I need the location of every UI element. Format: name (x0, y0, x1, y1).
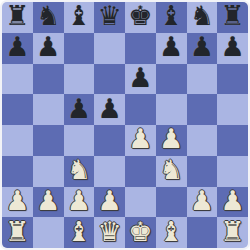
piece-white-knight[interactable]: ♞ (159, 156, 183, 185)
square-d1[interactable]: ♛ (94, 217, 125, 248)
piece-black-pawn[interactable]: ♟ (221, 33, 245, 62)
square-c2[interactable]: ♟ (64, 187, 95, 218)
square-a1[interactable]: ♜ (2, 217, 33, 248)
chess-board-frame: ♜♞♝♛♚♝♞♜♟♟♟♟♟♟♟♟♟♟♞♞♟♟♟♟♟♟♜♝♛♚♝♜ (0, 0, 250, 250)
square-d2[interactable]: ♟ (94, 187, 125, 218)
piece-white-bishop[interactable]: ♝ (159, 217, 183, 246)
square-f3[interactable]: ♞ (156, 156, 187, 187)
square-c4[interactable] (64, 125, 95, 156)
square-h7[interactable]: ♟ (217, 33, 248, 64)
piece-black-queen[interactable]: ♛ (98, 2, 122, 31)
piece-black-rook[interactable]: ♜ (5, 2, 29, 31)
square-f6[interactable] (156, 64, 187, 95)
piece-white-pawn[interactable]: ♟ (36, 187, 60, 216)
piece-black-rook[interactable]: ♜ (221, 2, 245, 31)
square-a3[interactable] (2, 156, 33, 187)
square-d6[interactable] (94, 64, 125, 95)
square-c7[interactable] (64, 33, 95, 64)
piece-black-pawn[interactable]: ♟ (128, 64, 152, 93)
square-c3[interactable]: ♞ (64, 156, 95, 187)
square-f7[interactable]: ♟ (156, 33, 187, 64)
piece-white-pawn[interactable]: ♟ (98, 187, 122, 216)
square-g8[interactable]: ♞ (187, 2, 218, 33)
square-b7[interactable]: ♟ (33, 33, 64, 64)
piece-black-king[interactable]: ♚ (128, 2, 152, 31)
square-e4[interactable]: ♟ (125, 125, 156, 156)
square-b6[interactable] (33, 64, 64, 95)
square-f2[interactable] (156, 187, 187, 218)
piece-black-bishop[interactable]: ♝ (67, 2, 91, 31)
square-a6[interactable] (2, 64, 33, 95)
piece-white-rook[interactable]: ♜ (5, 217, 29, 246)
piece-white-king[interactable]: ♚ (128, 217, 152, 246)
piece-black-pawn[interactable]: ♟ (5, 33, 29, 62)
square-d7[interactable] (94, 33, 125, 64)
square-h8[interactable]: ♜ (217, 2, 248, 33)
square-h1[interactable]: ♜ (217, 217, 248, 248)
square-e6[interactable]: ♟ (125, 64, 156, 95)
square-f8[interactable]: ♝ (156, 2, 187, 33)
piece-black-pawn[interactable]: ♟ (36, 33, 60, 62)
square-e8[interactable]: ♚ (125, 2, 156, 33)
piece-white-queen[interactable]: ♛ (98, 217, 122, 246)
square-g7[interactable]: ♟ (187, 33, 218, 64)
square-d4[interactable] (94, 125, 125, 156)
piece-white-pawn[interactable]: ♟ (67, 187, 91, 216)
piece-white-rook[interactable]: ♜ (221, 217, 245, 246)
piece-black-knight[interactable]: ♞ (190, 2, 214, 31)
square-b3[interactable] (33, 156, 64, 187)
square-h3[interactable] (217, 156, 248, 187)
square-d3[interactable] (94, 156, 125, 187)
square-b8[interactable]: ♞ (33, 2, 64, 33)
piece-white-pawn[interactable]: ♟ (128, 125, 152, 154)
square-b5[interactable] (33, 94, 64, 125)
square-c1[interactable]: ♝ (64, 217, 95, 248)
piece-black-pawn[interactable]: ♟ (98, 94, 122, 123)
square-e5[interactable] (125, 94, 156, 125)
piece-black-pawn[interactable]: ♟ (159, 33, 183, 62)
square-b2[interactable]: ♟ (33, 187, 64, 218)
square-a8[interactable]: ♜ (2, 2, 33, 33)
square-f5[interactable] (156, 94, 187, 125)
piece-black-pawn[interactable]: ♟ (190, 33, 214, 62)
square-h6[interactable] (217, 64, 248, 95)
piece-white-bishop[interactable]: ♝ (67, 217, 91, 246)
piece-white-pawn[interactable]: ♟ (190, 187, 214, 216)
piece-white-knight[interactable]: ♞ (67, 156, 91, 185)
square-g6[interactable] (187, 64, 218, 95)
square-f4[interactable]: ♟ (156, 125, 187, 156)
square-c8[interactable]: ♝ (64, 2, 95, 33)
square-g3[interactable] (187, 156, 218, 187)
square-e3[interactable] (125, 156, 156, 187)
square-b1[interactable] (33, 217, 64, 248)
square-f1[interactable]: ♝ (156, 217, 187, 248)
square-a5[interactable] (2, 94, 33, 125)
square-h4[interactable] (217, 125, 248, 156)
piece-black-pawn[interactable]: ♟ (67, 94, 91, 123)
square-a4[interactable] (2, 125, 33, 156)
square-a2[interactable]: ♟ (2, 187, 33, 218)
piece-white-pawn[interactable]: ♟ (221, 187, 245, 216)
square-b4[interactable] (33, 125, 64, 156)
piece-white-pawn[interactable]: ♟ (159, 125, 183, 154)
square-g5[interactable] (187, 94, 218, 125)
piece-white-pawn[interactable]: ♟ (5, 187, 29, 216)
square-g2[interactable]: ♟ (187, 187, 218, 218)
piece-black-knight[interactable]: ♞ (36, 2, 60, 31)
square-g4[interactable] (187, 125, 218, 156)
square-e2[interactable] (125, 187, 156, 218)
piece-black-bishop[interactable]: ♝ (159, 2, 183, 31)
square-h5[interactable] (217, 94, 248, 125)
square-d5[interactable]: ♟ (94, 94, 125, 125)
square-e7[interactable] (125, 33, 156, 64)
square-d8[interactable]: ♛ (94, 2, 125, 33)
square-a7[interactable]: ♟ (2, 33, 33, 64)
chess-board: ♜♞♝♛♚♝♞♜♟♟♟♟♟♟♟♟♟♟♞♞♟♟♟♟♟♟♜♝♛♚♝♜ (2, 2, 248, 248)
square-h2[interactable]: ♟ (217, 187, 248, 218)
square-g1[interactable] (187, 217, 218, 248)
square-e1[interactable]: ♚ (125, 217, 156, 248)
square-c6[interactable] (64, 64, 95, 95)
square-c5[interactable]: ♟ (64, 94, 95, 125)
